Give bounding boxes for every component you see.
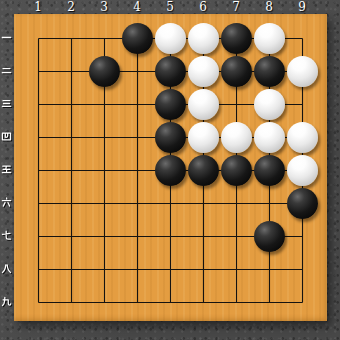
- stone-black[interactable]: [221, 56, 252, 87]
- goban[interactable]: [14, 14, 327, 321]
- stone-black[interactable]: [254, 56, 285, 87]
- stone-black[interactable]: [287, 188, 318, 219]
- stone-white[interactable]: [287, 56, 318, 87]
- stone-black[interactable]: [89, 56, 120, 87]
- column-label: 6: [196, 0, 210, 14]
- go-diagram: 123456789: [0, 0, 340, 340]
- stone-black[interactable]: [122, 23, 153, 54]
- stone-black[interactable]: [221, 23, 252, 54]
- column-label: 7: [229, 0, 243, 14]
- column-label: 3: [97, 0, 111, 14]
- stone-black[interactable]: [155, 155, 186, 186]
- stone-white[interactable]: [287, 122, 318, 153]
- stone-black[interactable]: [221, 155, 252, 186]
- row-label: [1, 263, 12, 274]
- row-label: [1, 296, 12, 307]
- stone-white[interactable]: [188, 23, 219, 54]
- stone-white[interactable]: [254, 23, 285, 54]
- column-label: 8: [262, 0, 276, 14]
- row-label: [1, 98, 12, 109]
- stone-black[interactable]: [254, 155, 285, 186]
- row-label: [1, 32, 12, 43]
- row-label: [1, 164, 12, 175]
- column-label: 5: [163, 0, 177, 14]
- stone-black[interactable]: [155, 56, 186, 87]
- stone-black[interactable]: [155, 89, 186, 120]
- column-label: 1: [31, 0, 45, 14]
- stone-black[interactable]: [254, 221, 285, 252]
- column-labels: 123456789: [0, 0, 340, 14]
- stone-white[interactable]: [188, 56, 219, 87]
- stone-white[interactable]: [188, 122, 219, 153]
- stone-white[interactable]: [188, 89, 219, 120]
- row-label: [1, 65, 12, 76]
- stone-white[interactable]: [287, 155, 318, 186]
- row-label: [1, 230, 12, 241]
- row-label: [1, 131, 12, 142]
- column-label: 2: [64, 0, 78, 14]
- row-label: [1, 197, 12, 208]
- stone-black[interactable]: [155, 122, 186, 153]
- column-label: 4: [130, 0, 144, 14]
- stone-black[interactable]: [188, 155, 219, 186]
- stone-white[interactable]: [254, 122, 285, 153]
- stone-white[interactable]: [254, 89, 285, 120]
- column-label: 9: [295, 0, 309, 14]
- stone-white[interactable]: [221, 122, 252, 153]
- stone-white[interactable]: [155, 23, 186, 54]
- row-labels: [0, 0, 14, 340]
